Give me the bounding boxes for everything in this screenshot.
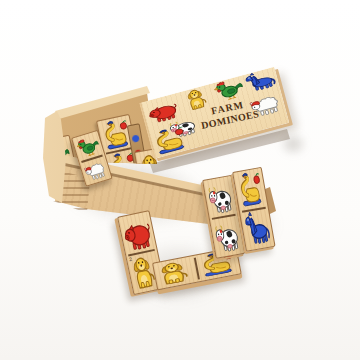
tile-number: 2 [129,257,133,262]
product-photo-farm-dominoes: FARM DOMINOES 2 [0,0,360,360]
tile-half [210,214,244,257]
tile-half [233,168,267,212]
dog-icon [156,258,197,288]
tile-half [240,207,274,251]
pig-icon [120,214,154,254]
horse-icon [242,209,272,248]
tile-half [203,176,237,219]
duck-icon [235,170,265,209]
cow-icon [212,217,242,256]
cow-icon [205,178,235,217]
